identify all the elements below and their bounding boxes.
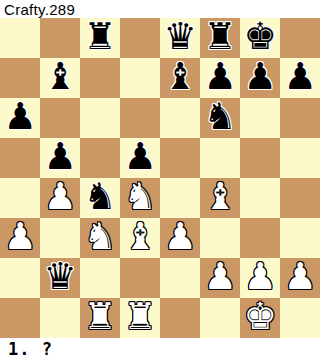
square-a7[interactable]: [0, 58, 40, 98]
square-c4[interactable]: ♞: [80, 178, 120, 218]
black-bishop[interactable]: ♝: [163, 58, 196, 97]
move-prompt: 1. ?: [0, 338, 320, 360]
xboard-window: Crafty.289 ♜♛♜♚♝♝♟♟♟♟♞♟♟♟♞♞♝♟♞♝♟♛♟♟♟♜♜♚ …: [0, 0, 320, 360]
black-rook[interactable]: ♜: [203, 18, 236, 57]
white-bishop[interactable]: ♝: [203, 178, 236, 217]
white-knight[interactable]: ♞: [83, 218, 116, 257]
square-b3[interactable]: [40, 218, 80, 258]
square-g4[interactable]: [240, 178, 280, 218]
square-f8[interactable]: ♜: [200, 18, 240, 58]
square-e3[interactable]: ♟: [160, 218, 200, 258]
square-a2[interactable]: [0, 258, 40, 298]
white-pawn[interactable]: ♟: [283, 258, 316, 297]
square-h5[interactable]: [280, 138, 320, 178]
square-g5[interactable]: [240, 138, 280, 178]
black-pawn[interactable]: ♟: [203, 58, 236, 97]
black-pawn[interactable]: ♟: [123, 138, 156, 177]
square-d6[interactable]: [120, 98, 160, 138]
square-f6[interactable]: ♞: [200, 98, 240, 138]
square-f1[interactable]: [200, 298, 240, 338]
white-pawn[interactable]: ♟: [43, 178, 76, 217]
square-f3[interactable]: [200, 218, 240, 258]
window-title: Crafty.289: [0, 0, 320, 18]
white-rook[interactable]: ♜: [83, 298, 116, 337]
square-e7[interactable]: ♝: [160, 58, 200, 98]
square-a1[interactable]: [0, 298, 40, 338]
square-h4[interactable]: [280, 178, 320, 218]
square-f5[interactable]: [200, 138, 240, 178]
square-b4[interactable]: ♟: [40, 178, 80, 218]
square-g7[interactable]: ♟: [240, 58, 280, 98]
square-d8[interactable]: [120, 18, 160, 58]
square-b7[interactable]: ♝: [40, 58, 80, 98]
square-d3[interactable]: ♝: [120, 218, 160, 258]
square-g3[interactable]: [240, 218, 280, 258]
chess-board: ♜♛♜♚♝♝♟♟♟♟♞♟♟♟♞♞♝♟♞♝♟♛♟♟♟♜♜♚: [0, 18, 320, 338]
square-e6[interactable]: [160, 98, 200, 138]
square-e4[interactable]: [160, 178, 200, 218]
black-queen[interactable]: ♛: [163, 18, 196, 57]
black-knight[interactable]: ♞: [83, 178, 116, 217]
black-rook[interactable]: ♜: [83, 18, 116, 57]
square-e8[interactable]: ♛: [160, 18, 200, 58]
black-pawn[interactable]: ♟: [43, 138, 76, 177]
square-b1[interactable]: [40, 298, 80, 338]
square-c5[interactable]: [80, 138, 120, 178]
square-g8[interactable]: ♚: [240, 18, 280, 58]
square-d1[interactable]: ♜: [120, 298, 160, 338]
square-e2[interactable]: [160, 258, 200, 298]
square-d7[interactable]: [120, 58, 160, 98]
square-a5[interactable]: [0, 138, 40, 178]
square-e5[interactable]: [160, 138, 200, 178]
white-king[interactable]: ♚: [243, 298, 276, 337]
square-b6[interactable]: [40, 98, 80, 138]
square-f7[interactable]: ♟: [200, 58, 240, 98]
square-c6[interactable]: [80, 98, 120, 138]
white-bishop[interactable]: ♝: [123, 218, 156, 257]
square-h6[interactable]: [280, 98, 320, 138]
square-d2[interactable]: [120, 258, 160, 298]
square-e1[interactable]: [160, 298, 200, 338]
square-g6[interactable]: [240, 98, 280, 138]
square-c2[interactable]: [80, 258, 120, 298]
black-pawn[interactable]: ♟: [243, 58, 276, 97]
square-b5[interactable]: ♟: [40, 138, 80, 178]
black-bishop[interactable]: ♝: [43, 58, 76, 97]
square-c1[interactable]: ♜: [80, 298, 120, 338]
square-d4[interactable]: ♞: [120, 178, 160, 218]
black-knight[interactable]: ♞: [203, 98, 236, 137]
square-h8[interactable]: [280, 18, 320, 58]
white-rook[interactable]: ♜: [123, 298, 156, 337]
square-b2[interactable]: ♛: [40, 258, 80, 298]
square-f2[interactable]: ♟: [200, 258, 240, 298]
black-pawn[interactable]: ♟: [3, 98, 36, 137]
white-knight[interactable]: ♞: [123, 178, 156, 217]
square-h7[interactable]: ♟: [280, 58, 320, 98]
square-g2[interactable]: ♟: [240, 258, 280, 298]
square-b8[interactable]: [40, 18, 80, 58]
square-a6[interactable]: ♟: [0, 98, 40, 138]
black-pawn[interactable]: ♟: [283, 58, 316, 97]
white-pawn[interactable]: ♟: [163, 218, 196, 257]
square-h1[interactable]: [280, 298, 320, 338]
white-pawn[interactable]: ♟: [243, 258, 276, 297]
square-c8[interactable]: ♜: [80, 18, 120, 58]
square-h2[interactable]: ♟: [280, 258, 320, 298]
black-king[interactable]: ♚: [243, 18, 276, 57]
square-g1[interactable]: ♚: [240, 298, 280, 338]
square-a3[interactable]: ♟: [0, 218, 40, 258]
square-a8[interactable]: [0, 18, 40, 58]
square-c3[interactable]: ♞: [80, 218, 120, 258]
white-pawn[interactable]: ♟: [3, 218, 36, 257]
square-d5[interactable]: ♟: [120, 138, 160, 178]
square-h3[interactable]: [280, 218, 320, 258]
black-queen[interactable]: ♛: [43, 258, 76, 297]
white-pawn[interactable]: ♟: [203, 258, 236, 297]
square-f4[interactable]: ♝: [200, 178, 240, 218]
square-c7[interactable]: [80, 58, 120, 98]
square-a4[interactable]: [0, 178, 40, 218]
